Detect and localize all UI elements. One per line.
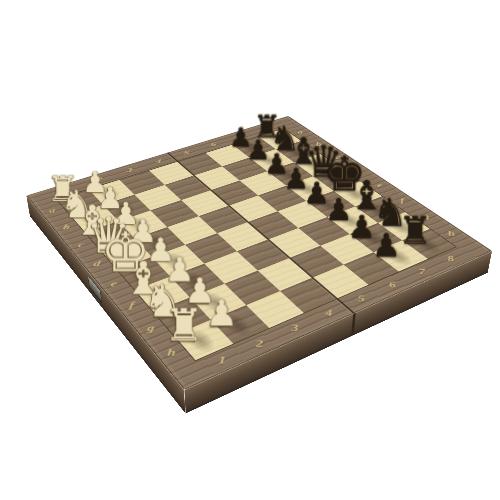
white-rook-glyph: ♜ — [108, 304, 260, 348]
scene: aabbccddeeffgghh1122334455667788 ♜♞♝♛♚♝♞… — [80, 54, 416, 390]
chess-board: aabbccddeeffgghh1122334455667788 ♜♞♝♛♚♝♞… — [26, 116, 492, 390]
board-surface: aabbccddeeffgghh1122334455667788 ♜♞♝♛♚♝♞… — [26, 116, 492, 390]
coord-rank-4-left: 4 — [155, 158, 162, 165]
coord-rank-8-left: 8 — [263, 126, 268, 132]
coord-file-c-top: c — [335, 154, 341, 161]
fold-seam-side — [351, 313, 356, 337]
piece-black-pawn-h7: ♟ — [373, 240, 427, 271]
black-pawn-glyph: ♟ — [320, 230, 453, 262]
coord-rank-5-left: 5 — [184, 150, 190, 156]
piece-white-rook-h1: ♜ — [174, 320, 233, 360]
coord-file-a-top: a — [298, 129, 304, 135]
coord-file-b-top: b — [316, 141, 322, 147]
coord-rank-7-left: 7 — [237, 133, 242, 139]
coord-rank-6-left: 6 — [211, 141, 217, 147]
product-photo: aabbccddeeffgghh1122334455667788 ♜♞♝♛♚♝♞… — [0, 0, 500, 500]
